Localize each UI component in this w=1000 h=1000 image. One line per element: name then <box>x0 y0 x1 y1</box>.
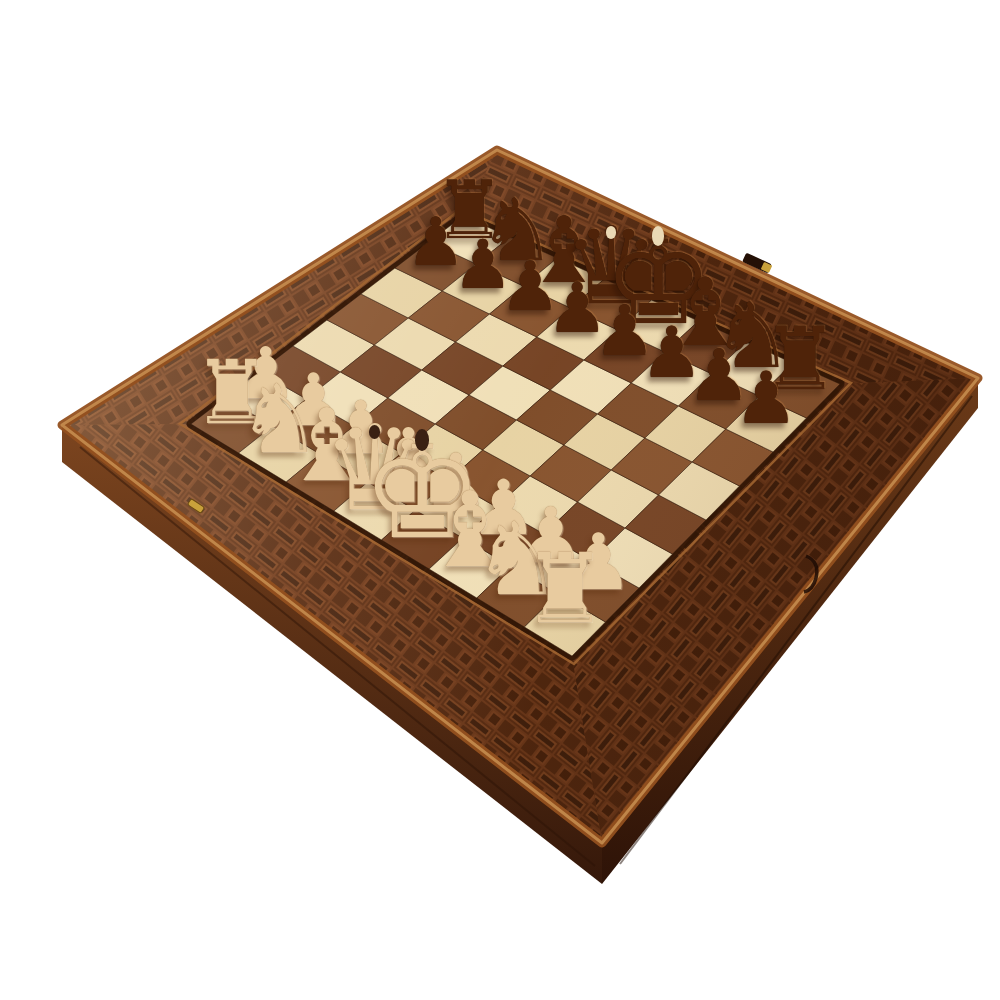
chess-set-photo: ♜♞♝♛♚♝♞♜♟♟♟♟♟♟♟♟♟♟♟♟♟♟♟♟♜♞♝♛♚♝♞♜ <box>0 0 1000 1000</box>
scene-svg <box>0 0 1000 1000</box>
